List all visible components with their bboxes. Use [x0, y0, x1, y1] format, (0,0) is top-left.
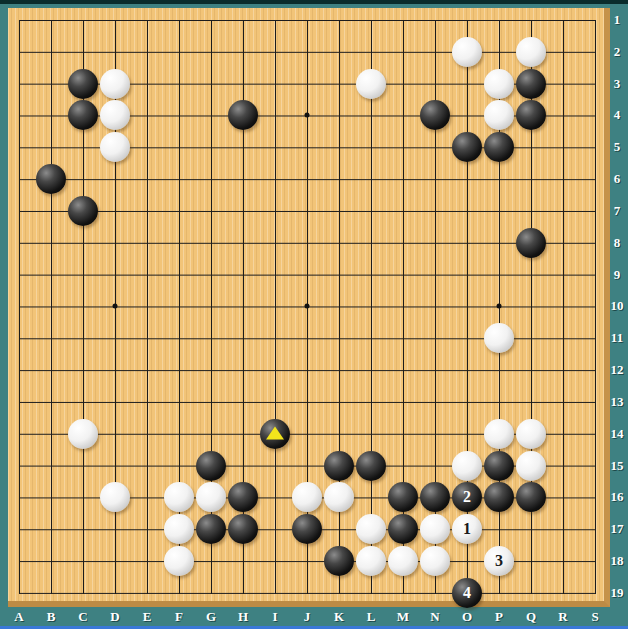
col-label-L: L	[367, 609, 376, 625]
black-stone-C4	[68, 100, 98, 130]
col-label-O: O	[462, 609, 472, 625]
white-stone-J16	[292, 482, 322, 512]
col-label-I: I	[272, 609, 277, 625]
col-label-J: J	[304, 609, 311, 625]
col-label-A: A	[14, 609, 23, 625]
move-number-3: 3	[495, 553, 503, 569]
black-stone-P16	[484, 482, 514, 512]
black-stone-P5	[484, 132, 514, 162]
col-label-E: E	[143, 609, 152, 625]
black-stone-L15	[356, 451, 386, 481]
white-stone-F16	[164, 482, 194, 512]
row-label-11: 11	[611, 330, 623, 346]
row-label-3: 3	[614, 76, 621, 92]
col-label-D: D	[110, 609, 119, 625]
row-label-8: 8	[614, 235, 621, 251]
white-stone-O15	[452, 451, 482, 481]
col-label-C: C	[78, 609, 87, 625]
black-stone-I14	[260, 419, 290, 449]
row-label-9: 9	[614, 267, 621, 283]
white-stone-O17: 1	[452, 514, 482, 544]
white-stone-L3	[356, 69, 386, 99]
black-stone-C3	[68, 69, 98, 99]
black-stone-G17	[196, 514, 226, 544]
black-stone-P15	[484, 451, 514, 481]
white-stone-Q2	[516, 37, 546, 67]
white-stone-M18	[388, 546, 418, 576]
row-label-10: 10	[611, 298, 624, 314]
white-stone-P18: 3	[484, 546, 514, 576]
white-stone-N17	[420, 514, 450, 544]
white-stone-Q14	[516, 419, 546, 449]
col-label-H: H	[238, 609, 248, 625]
row-label-15: 15	[611, 458, 624, 474]
col-label-G: G	[206, 609, 216, 625]
black-stone-H16	[228, 482, 258, 512]
black-stone-M17	[388, 514, 418, 544]
row-label-1: 1	[614, 12, 621, 28]
white-stone-F18	[164, 546, 194, 576]
white-stone-D3	[100, 69, 130, 99]
row-label-6: 6	[614, 171, 621, 187]
triangle-mark-icon	[266, 426, 284, 439]
white-stone-P11	[484, 323, 514, 353]
white-stone-D16	[100, 482, 130, 512]
row-label-16: 16	[611, 489, 624, 505]
black-stone-G15	[196, 451, 226, 481]
white-stone-P14	[484, 419, 514, 449]
white-stone-O2	[452, 37, 482, 67]
black-stone-K18	[324, 546, 354, 576]
row-label-18: 18	[611, 553, 624, 569]
black-stone-H4	[228, 100, 258, 130]
black-stone-N4	[420, 100, 450, 130]
row-label-2: 2	[614, 44, 621, 60]
white-stone-D4	[100, 100, 130, 130]
black-stone-K15	[324, 451, 354, 481]
white-stone-G16	[196, 482, 226, 512]
black-stone-O5	[452, 132, 482, 162]
row-label-14: 14	[611, 426, 624, 442]
white-stone-C14	[68, 419, 98, 449]
black-stone-B6	[36, 164, 66, 194]
black-stone-Q4	[516, 100, 546, 130]
white-stone-L18	[356, 546, 386, 576]
col-label-P: P	[495, 609, 503, 625]
white-stone-D5	[100, 132, 130, 162]
black-stone-C7	[68, 196, 98, 226]
white-stone-Q15	[516, 451, 546, 481]
black-stone-Q8	[516, 228, 546, 258]
black-stone-M16	[388, 482, 418, 512]
row-label-5: 5	[614, 139, 621, 155]
col-label-B: B	[47, 609, 56, 625]
white-stone-N18	[420, 546, 450, 576]
black-stone-O19: 4	[452, 578, 482, 608]
col-label-F: F	[175, 609, 183, 625]
white-stone-P3	[484, 69, 514, 99]
row-label-19: 19	[611, 585, 624, 601]
row-label-7: 7	[614, 203, 621, 219]
black-stone-N16	[420, 482, 450, 512]
move-number-2: 2	[463, 489, 471, 505]
col-label-R: R	[558, 609, 567, 625]
white-stone-K16	[324, 482, 354, 512]
col-label-S: S	[591, 609, 598, 625]
go-app-window: 2134 ABCDEFGHIJKLMNOPQRS 123456789101112…	[0, 0, 628, 629]
stone-layer: 2134	[3, 4, 611, 609]
col-label-K: K	[334, 609, 344, 625]
col-label-Q: Q	[526, 609, 536, 625]
move-number-1: 1	[463, 521, 471, 537]
black-stone-H17	[228, 514, 258, 544]
black-stone-Q3	[516, 69, 546, 99]
black-stone-J17	[292, 514, 322, 544]
move-number-4: 4	[463, 585, 471, 601]
row-label-13: 13	[611, 394, 624, 410]
white-stone-P4	[484, 100, 514, 130]
row-label-12: 12	[611, 362, 624, 378]
col-label-N: N	[430, 609, 439, 625]
row-label-4: 4	[614, 107, 621, 123]
white-stone-F17	[164, 514, 194, 544]
black-stone-Q16	[516, 482, 546, 512]
white-stone-L17	[356, 514, 386, 544]
black-stone-O16: 2	[452, 482, 482, 512]
row-label-17: 17	[611, 521, 624, 537]
col-label-M: M	[397, 609, 409, 625]
